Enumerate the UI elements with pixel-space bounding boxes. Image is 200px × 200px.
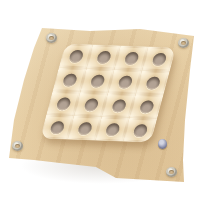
grommet-bottom-left xyxy=(12,141,23,151)
grommet-top-left xyxy=(46,33,57,43)
ventilation-hole xyxy=(132,123,148,136)
ventilation-hole xyxy=(61,73,77,86)
product-photo-canvas xyxy=(0,0,200,200)
ventilation-hole xyxy=(77,121,93,134)
ventilation-hole xyxy=(145,76,161,89)
ventilation-hole xyxy=(68,49,84,62)
ventilation-hole xyxy=(117,75,133,88)
ventilation-hole xyxy=(111,99,127,112)
ventilation-hole xyxy=(123,51,139,64)
grommet-top-right xyxy=(178,38,189,48)
ventilation-hole xyxy=(95,50,111,63)
grommet-bottom-right xyxy=(166,167,177,177)
ventilation-hole xyxy=(138,100,154,113)
ventilation-hole xyxy=(49,120,65,133)
ventilation-hole xyxy=(104,122,120,135)
inflation-valve xyxy=(158,139,167,149)
ventilation-hole xyxy=(83,98,99,111)
ventilation-hole xyxy=(55,97,71,110)
ventilation-hole xyxy=(89,74,105,87)
ventilation-hole xyxy=(151,52,167,65)
